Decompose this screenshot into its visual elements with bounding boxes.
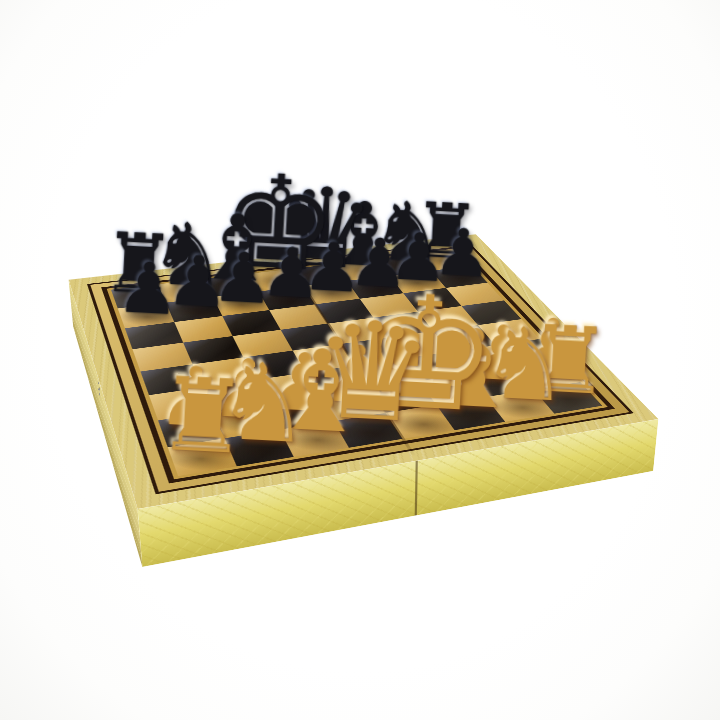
square-d3 bbox=[305, 366, 369, 397]
square-e2 bbox=[370, 381, 437, 413]
square-b4 bbox=[193, 357, 255, 387]
square-d4 bbox=[293, 344, 355, 373]
square-e1 bbox=[386, 405, 455, 439]
square-h1 bbox=[533, 382, 602, 414]
square-c4 bbox=[243, 351, 305, 380]
square-e3 bbox=[355, 359, 419, 389]
square-f1 bbox=[436, 397, 505, 430]
square-d1 bbox=[333, 413, 402, 448]
square-a3 bbox=[149, 387, 213, 420]
square-a5 bbox=[132, 343, 192, 372]
fold-seam-front bbox=[415, 461, 418, 516]
square-a2 bbox=[158, 412, 225, 447]
square-c2 bbox=[267, 396, 334, 429]
square-c1 bbox=[280, 421, 349, 457]
square-a4 bbox=[141, 364, 203, 395]
square-b2 bbox=[213, 404, 280, 438]
square-h2 bbox=[514, 360, 580, 390]
square-a6 bbox=[125, 322, 183, 349]
square-g2 bbox=[467, 367, 533, 397]
chessboard bbox=[69, 234, 659, 509]
square-g1 bbox=[486, 389, 555, 421]
square-h3 bbox=[495, 339, 559, 367]
square-c3 bbox=[255, 373, 319, 404]
board-scene bbox=[0, 0, 720, 720]
square-f3 bbox=[403, 352, 467, 381]
square-d2 bbox=[319, 388, 386, 421]
square-b5 bbox=[183, 336, 243, 364]
square-b3 bbox=[203, 380, 267, 412]
square-a1 bbox=[168, 438, 237, 476]
square-b1 bbox=[225, 430, 294, 467]
square-f2 bbox=[419, 374, 485, 405]
camera-tilt-wrapper: ♜♞♝♚♛♝♞♜♟♟♟♟♟♟♟♟♟♟♟♟♟♟♟♟♜♞♝♛♚♝♞♜ bbox=[0, 0, 720, 720]
product-photo: ♜♞♝♚♛♝♞♜♟♟♟♟♟♟♟♟♟♟♟♟♟♟♟♟♜♞♝♛♚♝♞♜ bbox=[0, 0, 720, 720]
